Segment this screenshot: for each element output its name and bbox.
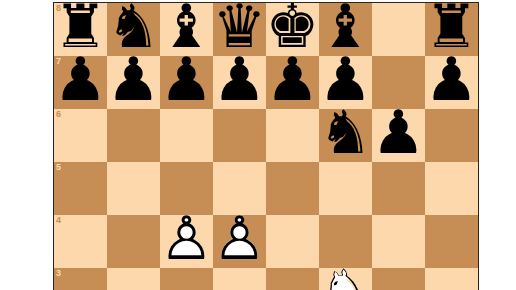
- square-h5[interactable]: [425, 162, 478, 215]
- square-c7[interactable]: ♟: [160, 56, 213, 109]
- rank-label-5: 5: [56, 162, 61, 173]
- square-f5[interactable]: [319, 162, 372, 215]
- square-h7[interactable]: ♟: [425, 56, 478, 109]
- rank-label-6: 6: [56, 109, 61, 120]
- square-c6[interactable]: [160, 109, 213, 162]
- square-h4[interactable]: [425, 215, 478, 268]
- square-d4[interactable]: ♟♙: [213, 215, 266, 268]
- rank-label-4: 4: [56, 215, 61, 226]
- rank-label-7: 7: [56, 56, 61, 67]
- square-h3[interactable]: [425, 268, 478, 290]
- square-b5[interactable]: [107, 162, 160, 215]
- black-pawn[interactable]: ♟: [107, 56, 160, 109]
- black-pawn[interactable]: ♟: [213, 56, 266, 109]
- square-d7[interactable]: ♟: [213, 56, 266, 109]
- white-pawn[interactable]: ♟♙: [213, 215, 266, 268]
- square-a7[interactable]: 7♟: [54, 56, 107, 109]
- square-g5[interactable]: [372, 162, 425, 215]
- square-e6[interactable]: [266, 109, 319, 162]
- black-knight[interactable]: ♞: [319, 109, 372, 162]
- square-g8[interactable]: [372, 3, 425, 56]
- black-pawn[interactable]: ♟: [425, 56, 478, 109]
- square-g4[interactable]: [372, 215, 425, 268]
- square-a4[interactable]: 4: [54, 215, 107, 268]
- chess-board: 8♜♞♝♛♚♝♜7♟♟♟♟♟♟♟6♞♟54♟♙♟♙3♞♘: [53, 2, 479, 290]
- square-d6[interactable]: [213, 109, 266, 162]
- square-h6[interactable]: [425, 109, 478, 162]
- square-a6[interactable]: 6: [54, 109, 107, 162]
- square-a3[interactable]: 3: [54, 268, 107, 290]
- square-e7[interactable]: ♟: [266, 56, 319, 109]
- square-f6[interactable]: ♞: [319, 109, 372, 162]
- square-g6[interactable]: ♟: [372, 109, 425, 162]
- square-e4[interactable]: [266, 215, 319, 268]
- square-b4[interactable]: [107, 215, 160, 268]
- square-g3[interactable]: [372, 268, 425, 290]
- black-pawn[interactable]: ♟: [372, 109, 425, 162]
- square-f3[interactable]: ♞♘: [319, 268, 372, 290]
- rank-label-8: 8: [56, 3, 61, 14]
- square-a5[interactable]: 5: [54, 162, 107, 215]
- square-b7[interactable]: ♟: [107, 56, 160, 109]
- square-e5[interactable]: [266, 162, 319, 215]
- black-pawn[interactable]: ♟: [266, 56, 319, 109]
- white-knight[interactable]: ♞♘: [319, 268, 372, 290]
- square-b3[interactable]: [107, 268, 160, 290]
- square-b6[interactable]: [107, 109, 160, 162]
- square-c4[interactable]: ♟♙: [160, 215, 213, 268]
- square-e3[interactable]: [266, 268, 319, 290]
- black-pawn[interactable]: ♟: [160, 56, 213, 109]
- board-viewport: 8♜♞♝♛♚♝♜7♟♟♟♟♟♟♟6♞♟54♟♙♟♙3♞♘: [0, 0, 516, 290]
- white-pawn[interactable]: ♟♙: [160, 215, 213, 268]
- black-pawn[interactable]: ♟: [54, 56, 107, 109]
- rank-label-3: 3: [56, 268, 61, 279]
